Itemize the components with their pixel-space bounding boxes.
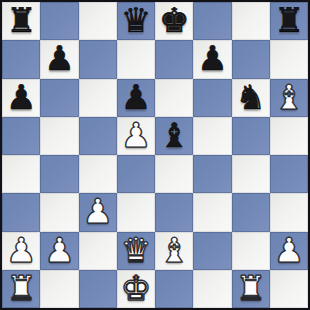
square-h5[interactable]: [270, 117, 308, 155]
square-d4[interactable]: [117, 155, 155, 193]
piece-black-king[interactable]: ♚: [159, 3, 189, 37]
square-g1[interactable]: ♜: [232, 270, 270, 308]
square-a7[interactable]: [2, 40, 40, 78]
square-c2[interactable]: [79, 232, 117, 270]
square-f6[interactable]: [193, 79, 231, 117]
square-a8[interactable]: ♜: [2, 2, 40, 40]
square-a6[interactable]: ♟: [2, 79, 40, 117]
piece-white-king[interactable]: ♚: [121, 271, 151, 305]
square-f7[interactable]: ♟: [193, 40, 231, 78]
piece-black-rook[interactable]: ♜: [274, 3, 304, 37]
square-b8[interactable]: [40, 2, 78, 40]
piece-black-rook[interactable]: ♜: [6, 3, 36, 37]
piece-black-pawn[interactable]: ♟: [44, 41, 74, 75]
piece-white-pawn[interactable]: ♟: [44, 233, 74, 267]
piece-black-pawn[interactable]: ♟: [6, 80, 36, 114]
square-g7[interactable]: [232, 40, 270, 78]
piece-black-pawn[interactable]: ♟: [121, 80, 151, 114]
square-e7[interactable]: [155, 40, 193, 78]
square-d5[interactable]: ♟: [117, 117, 155, 155]
square-d6[interactable]: ♟: [117, 79, 155, 117]
square-e1[interactable]: [155, 270, 193, 308]
square-f3[interactable]: [193, 193, 231, 231]
piece-white-pawn[interactable]: ♟: [6, 233, 36, 267]
chess-board: ♜♛♚♜♟♟♟♟♞♝♟♝♟♟♟♛♝♟♜♚♜: [0, 0, 310, 310]
square-e5[interactable]: ♝: [155, 117, 193, 155]
square-h3[interactable]: [270, 193, 308, 231]
square-a4[interactable]: [2, 155, 40, 193]
square-e8[interactable]: ♚: [155, 2, 193, 40]
square-e3[interactable]: [155, 193, 193, 231]
piece-white-queen[interactable]: ♛: [121, 233, 151, 267]
square-g8[interactable]: [232, 2, 270, 40]
square-d2[interactable]: ♛: [117, 232, 155, 270]
square-h8[interactable]: ♜: [270, 2, 308, 40]
square-e2[interactable]: ♝: [155, 232, 193, 270]
piece-white-pawn[interactable]: ♟: [121, 118, 151, 152]
square-f2[interactable]: [193, 232, 231, 270]
square-g4[interactable]: [232, 155, 270, 193]
square-c5[interactable]: [79, 117, 117, 155]
square-b5[interactable]: [40, 117, 78, 155]
square-g6[interactable]: ♞: [232, 79, 270, 117]
piece-white-pawn[interactable]: ♟: [82, 194, 112, 228]
square-h6[interactable]: ♝: [270, 79, 308, 117]
square-b6[interactable]: [40, 79, 78, 117]
square-g3[interactable]: [232, 193, 270, 231]
square-b3[interactable]: [40, 193, 78, 231]
chess-board-container: ♜♛♚♜♟♟♟♟♞♝♟♝♟♟♟♛♝♟♜♚♜: [0, 0, 310, 310]
piece-black-knight[interactable]: ♞: [235, 80, 265, 114]
square-g2[interactable]: [232, 232, 270, 270]
square-d3[interactable]: [117, 193, 155, 231]
square-a2[interactable]: ♟: [2, 232, 40, 270]
square-e6[interactable]: [155, 79, 193, 117]
square-b7[interactable]: ♟: [40, 40, 78, 78]
square-c7[interactable]: [79, 40, 117, 78]
square-h4[interactable]: [270, 155, 308, 193]
piece-white-rook[interactable]: ♜: [235, 271, 265, 305]
square-g5[interactable]: [232, 117, 270, 155]
square-c4[interactable]: [79, 155, 117, 193]
square-d1[interactable]: ♚: [117, 270, 155, 308]
piece-black-pawn[interactable]: ♟: [197, 41, 227, 75]
square-h7[interactable]: [270, 40, 308, 78]
square-b4[interactable]: [40, 155, 78, 193]
square-e4[interactable]: [155, 155, 193, 193]
piece-white-bishop[interactable]: ♝: [159, 233, 189, 267]
square-d8[interactable]: ♛: [117, 2, 155, 40]
square-f4[interactable]: [193, 155, 231, 193]
square-a3[interactable]: [2, 193, 40, 231]
square-a1[interactable]: ♜: [2, 270, 40, 308]
square-h1[interactable]: [270, 270, 308, 308]
square-c6[interactable]: [79, 79, 117, 117]
square-c3[interactable]: ♟: [79, 193, 117, 231]
piece-black-queen[interactable]: ♛: [121, 3, 151, 37]
piece-black-bishop[interactable]: ♝: [159, 118, 189, 152]
square-f8[interactable]: [193, 2, 231, 40]
square-c1[interactable]: [79, 270, 117, 308]
piece-white-rook[interactable]: ♜: [6, 271, 36, 305]
square-b1[interactable]: [40, 270, 78, 308]
square-h2[interactable]: ♟: [270, 232, 308, 270]
piece-white-pawn[interactable]: ♟: [274, 233, 304, 267]
square-f1[interactable]: [193, 270, 231, 308]
piece-white-bishop[interactable]: ♝: [274, 80, 304, 114]
square-c8[interactable]: [79, 2, 117, 40]
square-d7[interactable]: [117, 40, 155, 78]
square-a5[interactable]: [2, 117, 40, 155]
square-f5[interactable]: [193, 117, 231, 155]
square-b2[interactable]: ♟: [40, 232, 78, 270]
